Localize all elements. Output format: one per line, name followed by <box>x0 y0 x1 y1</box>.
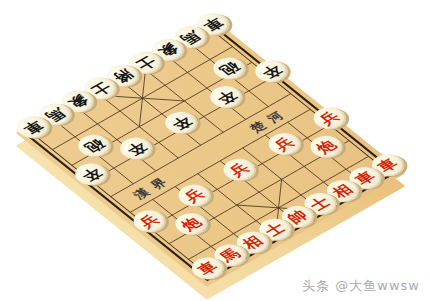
piece-character: 卒 <box>208 84 243 109</box>
piece-red-兵-f2r6[interactable]: 兵 <box>171 180 217 211</box>
piece-black-砲-f7r2[interactable]: 砲 <box>206 53 252 84</box>
piece-black-卒-f2r3[interactable]: 卒 <box>113 133 159 164</box>
piece-character: 卒 <box>163 110 198 135</box>
piece-character: 兵 <box>222 157 257 182</box>
piece-character: 兵 <box>312 106 347 131</box>
watermark: 头条 @大鱼wwsw <box>302 277 420 295</box>
piece-character: 兵 <box>267 131 302 156</box>
xiangqi-board[interactable]: 楚河 漢界 車馬象士將士象馬車砲砲卒卒卒卒卒兵兵兵兵兵炮炮車馬相士帥士相車車 <box>16 19 406 287</box>
piece-character: 炮 <box>174 211 209 236</box>
piece-character: 卒 <box>118 136 153 161</box>
pieces-layer: 車馬象士將士象馬車砲砲卒卒卒卒卒兵兵兵兵兵炮炮車馬相士帥士相車車 <box>16 19 406 287</box>
piece-black-砲-f1r2[interactable]: 砲 <box>71 130 117 161</box>
piece-character: 卒 <box>73 162 108 187</box>
piece-character: 炮 <box>309 134 344 159</box>
piece-character: 砲 <box>211 56 246 81</box>
piece-black-卒-f4r3[interactable]: 卒 <box>158 107 204 138</box>
piece-character: 砲 <box>76 133 111 158</box>
piece-red-兵-f8r6[interactable]: 兵 <box>306 103 352 134</box>
piece-character: 兵 <box>177 183 212 208</box>
piece-character: 卒 <box>253 59 288 84</box>
piece-red-兵-f6r6[interactable]: 兵 <box>261 128 307 159</box>
piece-red-兵-f4r6[interactable]: 兵 <box>216 154 262 185</box>
piece-character: 兵 <box>132 209 167 234</box>
scene: 楚河 漢界 車馬象士將士象馬車砲砲卒卒卒卒卒兵兵兵兵兵炮炮車馬相士帥士相車車 头… <box>0 0 430 301</box>
piece-black-卒-f6r3[interactable]: 卒 <box>203 81 249 112</box>
piece-black-卒-f8r3[interactable]: 卒 <box>248 56 294 87</box>
piece-red-炮-f1r7[interactable]: 炮 <box>168 208 214 239</box>
piece-red-炮-f7r7[interactable]: 炮 <box>303 131 349 162</box>
